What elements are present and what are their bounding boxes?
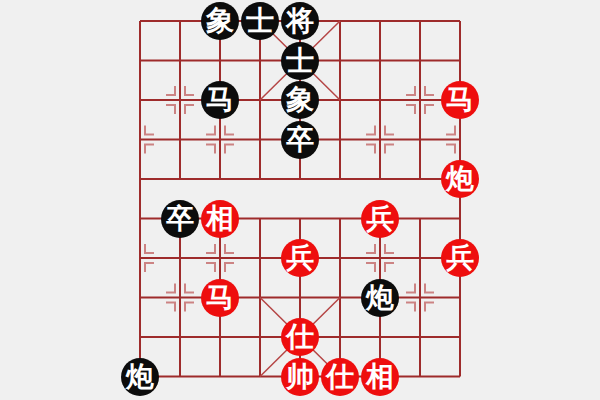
xiangqi-app: 象士将士马象卒卒炮炮马炮相兵兵兵马仕帅仕相 (0, 0, 600, 400)
piece-black-elephant[interactable]: 象 (281, 81, 319, 119)
piece-black-cannon[interactable]: 炮 (121, 358, 159, 396)
piece-red-general[interactable]: 帅 (281, 358, 319, 396)
piece-black-advisor[interactable]: 士 (281, 42, 319, 80)
piece-red-pawn[interactable]: 兵 (281, 239, 319, 277)
piece-black-advisor[interactable]: 士 (241, 2, 279, 40)
pieces-layer: 象士将士马象卒卒炮炮马炮相兵兵兵马仕帅仕相 (0, 0, 600, 400)
piece-black-pawn[interactable]: 卒 (281, 121, 319, 159)
piece-black-pawn[interactable]: 卒 (161, 200, 199, 238)
piece-red-pawn[interactable]: 兵 (441, 239, 479, 277)
piece-black-cannon[interactable]: 炮 (361, 279, 399, 317)
piece-black-general[interactable]: 将 (281, 2, 319, 40)
piece-red-pawn[interactable]: 兵 (361, 200, 399, 238)
piece-red-horse[interactable]: 马 (201, 279, 239, 317)
piece-red-cannon[interactable]: 炮 (441, 160, 479, 198)
piece-red-advisor[interactable]: 仕 (321, 358, 359, 396)
piece-black-elephant[interactable]: 象 (201, 2, 239, 40)
piece-red-advisor[interactable]: 仕 (281, 318, 319, 356)
piece-red-elephant[interactable]: 相 (201, 200, 239, 238)
piece-red-elephant[interactable]: 相 (361, 358, 399, 396)
piece-black-horse[interactable]: 马 (201, 81, 239, 119)
piece-red-horse[interactable]: 马 (441, 81, 479, 119)
